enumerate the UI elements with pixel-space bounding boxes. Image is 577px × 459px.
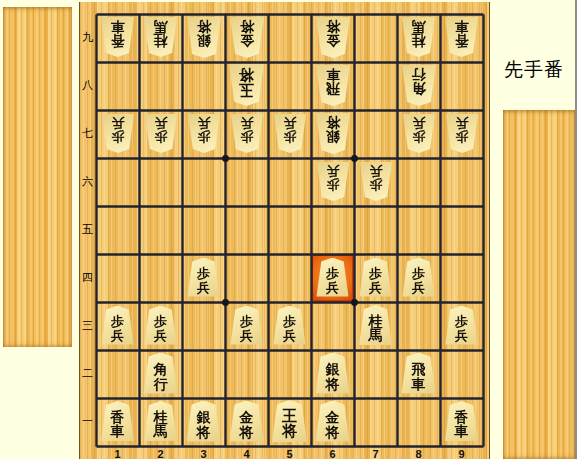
piece-kanji: 飛 車: [326, 65, 340, 96]
rank-label: 八: [80, 79, 95, 93]
rank-label: 六: [80, 175, 95, 189]
piece-kanji: 金 将: [240, 410, 254, 441]
piece-kanji: 桂 馬: [412, 17, 426, 48]
piece-kanji: 歩 兵: [283, 114, 296, 143]
komadai-sente[interactable]: [3, 7, 72, 347]
rank-label: 三: [80, 319, 95, 333]
piece-kanji: 歩 兵: [455, 315, 468, 344]
star-point: [222, 155, 229, 162]
piece-kanji: 歩 兵: [412, 267, 425, 296]
piece-kanji: 金 将: [326, 410, 340, 441]
piece-kanji: 香 車: [455, 410, 469, 441]
piece-kanji: 桂 馬: [154, 410, 168, 441]
piece-kanji: 歩 兵: [326, 162, 339, 191]
piece-kanji: 歩 兵: [369, 162, 382, 191]
piece-kanji: 金 将: [326, 17, 340, 48]
rank-label: 一: [80, 415, 95, 429]
piece-kanji: 歩 兵: [111, 315, 124, 344]
piece-kanji: 玉 将: [239, 64, 254, 97]
piece-kanji: 歩 兵: [326, 267, 339, 296]
piece-kanji: 歩 兵: [154, 114, 167, 143]
piece-kanji: 歩 兵: [154, 315, 167, 344]
file-label: 3: [182, 448, 225, 459]
star-point: [351, 299, 358, 306]
piece-kanji: 歩 兵: [197, 267, 210, 296]
rank-label: 九: [80, 31, 95, 45]
piece-kanji: 歩 兵: [240, 315, 253, 344]
piece-kanji: 桂 馬: [369, 314, 383, 345]
komadai-gote[interactable]: [503, 110, 575, 459]
piece-kanji: 歩 兵: [283, 315, 296, 344]
piece-kanji: 香 車: [111, 410, 125, 441]
piece-kanji: 桂 馬: [154, 17, 168, 48]
piece-kanji: 銀 将: [197, 410, 211, 441]
piece-kanji: 金 将: [240, 17, 254, 48]
piece-kanji: 王 将: [282, 409, 297, 442]
piece-kanji: 歩 兵: [111, 114, 124, 143]
piece-kanji: 歩 兵: [369, 267, 382, 296]
piece-kanji: 銀 将: [326, 113, 340, 144]
star-point: [222, 299, 229, 306]
file-label: 7: [354, 448, 397, 459]
file-label: 4: [225, 448, 268, 459]
piece-kanji: 歩 兵: [455, 114, 468, 143]
shogi-board: 九八七六五四三二一123456789香 車桂 馬銀 将金 将金 将桂 馬香 車玉…: [79, 2, 490, 459]
file-label: 5: [268, 448, 311, 459]
piece-kanji: 飛 車: [412, 362, 426, 393]
star-point: [351, 155, 358, 162]
rank-label: 四: [80, 271, 95, 285]
piece-kanji: 銀 将: [326, 362, 340, 393]
piece-kanji: 角 行: [154, 362, 168, 393]
piece-kanji: 香 車: [111, 17, 125, 48]
file-label: 6: [311, 448, 354, 459]
turn-indicator: 先手番: [504, 57, 564, 83]
rank-label: 二: [80, 367, 95, 381]
piece-kanji: 歩 兵: [197, 114, 210, 143]
file-label: 9: [440, 448, 483, 459]
file-label: 1: [96, 448, 139, 459]
piece-kanji: 歩 兵: [412, 114, 425, 143]
piece-kanji: 歩 兵: [240, 114, 253, 143]
rank-label: 七: [80, 127, 95, 141]
piece-kanji: 香 車: [455, 17, 469, 48]
piece-kanji: 角 行: [412, 65, 426, 96]
piece-kanji: 銀 将: [197, 17, 211, 48]
file-label: 2: [139, 448, 182, 459]
rank-label: 五: [80, 223, 95, 237]
file-label: 8: [397, 448, 440, 459]
